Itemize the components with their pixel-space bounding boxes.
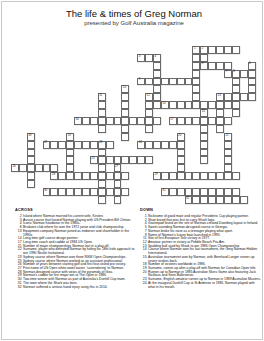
grid-void bbox=[11, 70, 19, 78]
grid-cell-number: 24 bbox=[139, 141, 142, 144]
grid-cell bbox=[169, 78, 177, 86]
grid-void bbox=[43, 93, 51, 101]
grid-void bbox=[50, 46, 58, 54]
grid-cell: 12 bbox=[145, 93, 153, 101]
grid-void bbox=[35, 196, 43, 204]
grid-void bbox=[185, 133, 193, 141]
grid-void bbox=[66, 101, 74, 109]
grid-cell-number: 23 bbox=[99, 141, 102, 144]
grid-void bbox=[74, 196, 82, 204]
grid-void bbox=[106, 149, 114, 157]
grid-void bbox=[90, 133, 98, 141]
grid-void bbox=[169, 54, 177, 62]
grid-void bbox=[161, 70, 169, 78]
grid-cell-number: 15 bbox=[202, 110, 205, 113]
grid-void bbox=[153, 133, 161, 141]
grid-void bbox=[66, 62, 74, 70]
grid-void bbox=[232, 117, 240, 125]
grid-void bbox=[114, 62, 122, 70]
grid-void bbox=[35, 85, 43, 93]
grid-void bbox=[58, 196, 66, 204]
grid-void bbox=[74, 54, 82, 62]
grid-cell bbox=[90, 117, 98, 125]
grid-void bbox=[240, 117, 248, 125]
grid-void bbox=[192, 109, 200, 117]
grid-void bbox=[177, 62, 185, 70]
grid-void bbox=[66, 54, 74, 62]
grid-void bbox=[43, 46, 51, 54]
grid-void bbox=[106, 46, 114, 54]
grid-cell bbox=[27, 156, 35, 164]
grid-void bbox=[27, 188, 35, 196]
grid-void bbox=[248, 109, 256, 117]
grid-void bbox=[169, 109, 177, 117]
grid-void bbox=[35, 172, 43, 180]
grid-void bbox=[35, 133, 43, 141]
grid-cell bbox=[232, 109, 240, 117]
grid-void bbox=[232, 125, 240, 133]
grid-cell-number: 1 bbox=[194, 47, 196, 50]
grid-cell-number: 6 bbox=[249, 62, 251, 65]
grid-cell bbox=[66, 172, 74, 180]
grid-void bbox=[66, 70, 74, 78]
grid-cell bbox=[192, 70, 200, 78]
grid-void bbox=[11, 117, 19, 125]
grid-void bbox=[82, 164, 90, 172]
grid-cell bbox=[82, 188, 90, 196]
grid-cell-number: 12 bbox=[147, 94, 150, 97]
grid-cell bbox=[121, 172, 129, 180]
grid-void bbox=[145, 180, 153, 188]
grid-void bbox=[66, 117, 74, 125]
grid-void bbox=[208, 125, 216, 133]
grid-void bbox=[50, 156, 58, 164]
grid-void bbox=[74, 164, 82, 172]
grid-void bbox=[248, 133, 256, 141]
grid-cell: 7 bbox=[224, 70, 232, 78]
grid-void bbox=[90, 78, 98, 86]
grid-cell bbox=[27, 149, 35, 157]
grid-void bbox=[50, 196, 58, 204]
grid-cell bbox=[66, 149, 74, 157]
grid-void bbox=[43, 85, 51, 93]
grid-void bbox=[137, 149, 145, 157]
grid-cell bbox=[114, 172, 122, 180]
grid-cell bbox=[232, 85, 240, 93]
grid-cell bbox=[169, 172, 177, 180]
grid-cell bbox=[216, 101, 224, 109]
grid-cell bbox=[208, 188, 216, 196]
grid-void bbox=[248, 188, 256, 196]
grid-void bbox=[216, 180, 224, 188]
grid-void bbox=[240, 101, 248, 109]
grid-void bbox=[192, 133, 200, 141]
grid-void bbox=[137, 62, 145, 70]
grid-void bbox=[43, 78, 51, 86]
grid-void bbox=[98, 46, 106, 54]
grid-void bbox=[248, 125, 256, 133]
grid-void bbox=[161, 109, 169, 117]
grid-void bbox=[129, 62, 137, 70]
grid-cell bbox=[106, 156, 114, 164]
grid-cell bbox=[58, 172, 66, 180]
grid-cell bbox=[106, 172, 114, 180]
grid-void bbox=[240, 164, 248, 172]
grid-cell: 30 bbox=[43, 188, 51, 196]
grid-cell bbox=[232, 172, 240, 180]
grid-cell bbox=[240, 93, 248, 101]
grid-cell-number: 30 bbox=[44, 189, 47, 192]
grid-cell bbox=[27, 141, 35, 149]
grid-void bbox=[74, 62, 82, 70]
grid-void bbox=[161, 46, 169, 54]
grid-void bbox=[82, 196, 90, 204]
grid-void bbox=[43, 54, 51, 62]
grid-cell-number: 11 bbox=[99, 94, 102, 97]
grid-cell bbox=[145, 117, 153, 125]
grid-void bbox=[35, 70, 43, 78]
grid-void bbox=[129, 93, 137, 101]
grid-cell bbox=[27, 164, 35, 172]
grid-void bbox=[27, 70, 35, 78]
grid-void bbox=[137, 188, 145, 196]
grid-void bbox=[82, 180, 90, 188]
grid-cell bbox=[121, 125, 129, 133]
grid-void bbox=[185, 164, 193, 172]
grid-cell bbox=[192, 78, 200, 86]
grid-void bbox=[232, 180, 240, 188]
grid-cell bbox=[27, 172, 35, 180]
grid-void bbox=[74, 109, 82, 117]
grid-void bbox=[43, 149, 51, 157]
grid-void bbox=[145, 188, 153, 196]
grid-void bbox=[35, 180, 43, 188]
grid-cell bbox=[216, 109, 224, 117]
grid-void bbox=[11, 85, 19, 93]
grid-cell bbox=[169, 141, 177, 149]
grid-void bbox=[114, 149, 122, 157]
grid-void bbox=[177, 196, 185, 204]
grid-cell bbox=[145, 141, 153, 149]
grid-void bbox=[192, 149, 200, 157]
grid-cell bbox=[177, 172, 185, 180]
grid-void bbox=[19, 109, 27, 117]
grid-void bbox=[185, 46, 193, 54]
grid-void bbox=[185, 141, 193, 149]
grid-void bbox=[11, 188, 19, 196]
grid-cell bbox=[19, 164, 27, 172]
grid-void bbox=[90, 109, 98, 117]
grid-void bbox=[114, 125, 122, 133]
grid-cell: 4 bbox=[153, 54, 161, 62]
grid-void bbox=[50, 78, 58, 86]
grid-void bbox=[161, 149, 169, 157]
grid-cell bbox=[240, 70, 248, 78]
grid-cell bbox=[224, 164, 232, 172]
grid-void bbox=[216, 149, 224, 157]
grid-void bbox=[121, 62, 129, 70]
grid-void bbox=[43, 172, 51, 180]
grid-void bbox=[11, 141, 19, 149]
grid-void bbox=[177, 180, 185, 188]
grid-void bbox=[137, 164, 145, 172]
grid-cell bbox=[98, 180, 106, 188]
grid-void bbox=[98, 70, 106, 78]
grid-cell bbox=[185, 172, 193, 180]
grid-void bbox=[129, 85, 137, 93]
grid-void bbox=[50, 85, 58, 93]
grid-cell: 31 bbox=[161, 188, 169, 196]
grid-cell bbox=[153, 93, 161, 101]
grid-void bbox=[153, 125, 161, 133]
grid-void bbox=[66, 85, 74, 93]
clue-across-32: 32Norman suffered a serious hand injury … bbox=[15, 286, 139, 290]
grid-cell bbox=[98, 188, 106, 196]
grid-cell: 9 bbox=[137, 78, 145, 86]
grid-void bbox=[248, 164, 256, 172]
grid-void bbox=[106, 125, 114, 133]
grid-void bbox=[161, 125, 169, 133]
grid-cell: 6 bbox=[248, 62, 256, 70]
grid-void bbox=[208, 141, 216, 149]
grid-cell bbox=[185, 117, 193, 125]
grid-void bbox=[192, 156, 200, 164]
grid-void bbox=[74, 85, 82, 93]
grid-void bbox=[129, 101, 137, 109]
grid-void bbox=[177, 93, 185, 101]
grid-cell bbox=[224, 188, 232, 196]
clue-number: 24 bbox=[140, 282, 148, 289]
grid-cell-number: 27 bbox=[115, 165, 118, 168]
grid-void bbox=[169, 62, 177, 70]
grid-void bbox=[66, 109, 74, 117]
grid-cell bbox=[169, 188, 177, 196]
grid-cell bbox=[240, 196, 248, 204]
grid-void bbox=[208, 93, 216, 101]
grid-cell bbox=[153, 85, 161, 93]
grid-void bbox=[27, 117, 35, 125]
grid-void bbox=[224, 54, 232, 62]
grid-cell-number: 3 bbox=[139, 55, 141, 58]
grid-void bbox=[129, 196, 137, 204]
grid-cell bbox=[27, 180, 35, 188]
page: The life & times of Greg Norman presente… bbox=[1, 1, 263, 340]
grid-cell-number: 28 bbox=[52, 173, 55, 176]
grid-void bbox=[43, 196, 51, 204]
grid-void bbox=[106, 196, 114, 204]
grid-void bbox=[43, 70, 51, 78]
grid-cell bbox=[145, 78, 153, 86]
grid-void bbox=[35, 141, 43, 149]
grid-void bbox=[74, 156, 82, 164]
grid-void bbox=[58, 149, 66, 157]
grid-cell bbox=[50, 188, 58, 196]
grid-cell bbox=[161, 141, 169, 149]
grid-void bbox=[208, 85, 216, 93]
grid-void bbox=[98, 62, 106, 70]
grid-void bbox=[27, 46, 35, 54]
grid-void bbox=[106, 78, 114, 86]
grid-void bbox=[185, 125, 193, 133]
grid-cell bbox=[153, 101, 161, 109]
grid-cell bbox=[98, 172, 106, 180]
grid-void bbox=[240, 141, 248, 149]
grid-cell bbox=[169, 101, 177, 109]
grid-void bbox=[35, 156, 43, 164]
grid-cell bbox=[192, 62, 200, 70]
grid-void bbox=[50, 62, 58, 70]
grid-cell: 28 bbox=[50, 172, 58, 180]
grid-void bbox=[145, 149, 153, 157]
grid-void bbox=[137, 46, 145, 54]
grid-void bbox=[82, 156, 90, 164]
grid-void bbox=[114, 109, 122, 117]
grid-void bbox=[224, 109, 232, 117]
grid-void bbox=[200, 164, 208, 172]
grid-void bbox=[153, 188, 161, 196]
grid-cell bbox=[192, 101, 200, 109]
grid-void bbox=[161, 164, 169, 172]
grid-void bbox=[185, 156, 193, 164]
grid-void bbox=[137, 101, 145, 109]
grid-void bbox=[50, 133, 58, 141]
across-clues: ACROSS 2Island where Norman married his … bbox=[15, 208, 139, 289]
grid-void bbox=[145, 172, 153, 180]
grid-cell bbox=[98, 125, 106, 133]
grid-cell bbox=[98, 164, 106, 172]
grid-cell: 15 bbox=[200, 109, 208, 117]
grid-void bbox=[137, 109, 145, 117]
grid-void bbox=[58, 133, 66, 141]
grid-void bbox=[11, 78, 19, 86]
grid-void bbox=[50, 109, 58, 117]
grid-void bbox=[185, 149, 193, 157]
grid-void bbox=[161, 85, 169, 93]
grid-void bbox=[43, 180, 51, 188]
grid-cell bbox=[98, 156, 106, 164]
grid-void bbox=[114, 85, 122, 93]
grid-cell bbox=[224, 156, 232, 164]
grid-cell-number: 8 bbox=[233, 70, 235, 73]
grid-cell: 25 bbox=[90, 156, 98, 164]
grid-void bbox=[169, 125, 177, 133]
grid-cell bbox=[137, 156, 145, 164]
grid-cell bbox=[177, 78, 185, 86]
grid-void bbox=[121, 164, 129, 172]
grid-void bbox=[169, 149, 177, 157]
grid-void bbox=[82, 109, 90, 117]
grid-void bbox=[177, 70, 185, 78]
grid-void bbox=[35, 54, 43, 62]
grid-void bbox=[145, 133, 153, 141]
grid-cell: 32 bbox=[185, 196, 193, 204]
grid-void bbox=[114, 54, 122, 62]
grid-void bbox=[58, 54, 66, 62]
grid-void bbox=[58, 180, 66, 188]
grid-cell bbox=[216, 46, 224, 54]
grid-void bbox=[43, 125, 51, 133]
grid-cell-number: 10 bbox=[123, 86, 126, 89]
grid-void bbox=[82, 101, 90, 109]
grid-void bbox=[240, 46, 248, 54]
grid-cell bbox=[145, 156, 153, 164]
grid-cell bbox=[43, 164, 51, 172]
grid-void bbox=[192, 164, 200, 172]
grid-void bbox=[129, 70, 137, 78]
grid-void bbox=[121, 149, 129, 157]
grid-void bbox=[192, 180, 200, 188]
grid-void bbox=[106, 93, 114, 101]
grid-cell bbox=[216, 196, 224, 204]
grid-void bbox=[153, 180, 161, 188]
grid-void bbox=[114, 70, 122, 78]
grid-void bbox=[74, 70, 82, 78]
grid-void bbox=[129, 141, 137, 149]
grid-cell bbox=[106, 117, 114, 125]
grid-void bbox=[232, 164, 240, 172]
grid-void bbox=[19, 188, 27, 196]
grid-cell bbox=[35, 164, 43, 172]
grid-void bbox=[177, 85, 185, 93]
grid-void bbox=[106, 70, 114, 78]
grid-cell bbox=[74, 141, 82, 149]
grid-cell bbox=[121, 156, 129, 164]
grid-void bbox=[169, 46, 177, 54]
grid-void bbox=[224, 85, 232, 93]
grid-void bbox=[129, 180, 137, 188]
grid-void bbox=[248, 180, 256, 188]
grid-cell bbox=[248, 93, 256, 101]
grid-cell bbox=[177, 164, 185, 172]
grid-void bbox=[240, 156, 248, 164]
grid-void bbox=[19, 125, 27, 133]
grid-void bbox=[19, 101, 27, 109]
grid-void bbox=[82, 54, 90, 62]
grid-void bbox=[192, 141, 200, 149]
grid-cell bbox=[177, 141, 185, 149]
page-title: The life & times of Greg Norman bbox=[2, 8, 264, 19]
grid-void bbox=[19, 78, 27, 86]
grid-cell bbox=[200, 156, 208, 164]
grid-void bbox=[248, 101, 256, 109]
grid-void bbox=[129, 125, 137, 133]
grid-cell bbox=[185, 78, 193, 86]
grid-void bbox=[114, 46, 122, 54]
grid-void bbox=[145, 196, 153, 204]
down-list: 1Nickname of good mate and regular Presi… bbox=[140, 215, 261, 289]
grid-void bbox=[82, 78, 90, 86]
grid-void bbox=[35, 125, 43, 133]
grid-void bbox=[50, 70, 58, 78]
grid-void bbox=[161, 156, 169, 164]
grid-void bbox=[19, 93, 27, 101]
grid-cell-number: 21 bbox=[225, 134, 228, 137]
grid-cell bbox=[66, 188, 74, 196]
grid-void bbox=[43, 156, 51, 164]
grid-void bbox=[58, 125, 66, 133]
grid-cell bbox=[66, 141, 74, 149]
grid-cell: 29 bbox=[153, 172, 161, 180]
grid-void bbox=[27, 62, 35, 70]
grid-void bbox=[66, 46, 74, 54]
grid-void bbox=[161, 117, 169, 125]
grid-cell bbox=[161, 172, 169, 180]
grid-void bbox=[11, 172, 19, 180]
grid-cell bbox=[98, 101, 106, 109]
grid-void bbox=[82, 125, 90, 133]
grid-void bbox=[208, 149, 216, 157]
grid-void bbox=[11, 62, 19, 70]
